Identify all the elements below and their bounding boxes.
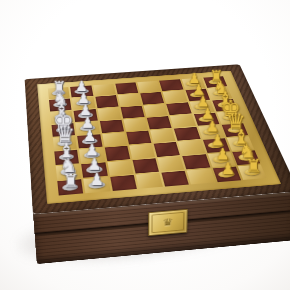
square-a1: ♜ [57,179,83,195]
square-h5 [137,81,160,93]
square-b6 [182,154,209,169]
square-g4 [118,94,142,106]
square-e4 [123,118,148,131]
square-d6 [174,127,200,141]
square-b3 [107,160,133,175]
square-e3 [99,120,123,134]
square-a5 [161,171,189,187]
square-b5 [157,156,184,171]
square-d4 [126,131,151,145]
piece-white-pawn: ♟ [90,172,105,188]
product-photo: ♜♟♟♜♞♟♟♞♝♟♟♝♚♟♟♚♛♟♟♛♝♟♟♝♞♟♟♞♜♟♟♜ ♛ [0,0,290,290]
square-a4 [136,173,163,189]
square-c3 [104,146,130,161]
square-a7: ♟ [212,166,241,182]
square-f4 [120,106,144,119]
piece-black-pawn: ♟ [220,161,235,177]
square-g6 [163,91,187,103]
square-h3 [93,84,116,96]
square-c5 [154,142,180,157]
square-h6 [159,79,183,91]
square-e5 [147,116,172,129]
chess-board: ♜♟♟♜♞♟♟♞♝♟♟♝♚♟♟♚♛♟♟♛♝♟♟♝♞♟♟♞♜♟♟♜ [48,76,267,195]
square-a6 [187,168,215,184]
square-a8: ♜ [238,164,267,180]
square-c6 [178,140,205,154]
square-g5 [140,92,164,104]
square-f6 [166,102,191,115]
crown-emblem-icon: ♛ [162,217,173,228]
brass-latch[interactable]: ♛ [148,209,188,236]
case-lid-top: ♜♟♟♜♞♟♟♞♝♟♟♝♚♟♟♚♛♟♟♛♝♟♟♝♞♟♟♞♜♟♟♜ [25,64,290,214]
square-d5 [150,129,176,143]
square-f5 [143,104,167,117]
piece-black-rook: ♜ [245,157,261,175]
square-h4 [115,82,138,94]
square-f3 [97,107,121,120]
square-d3 [102,132,127,146]
square-a2: ♟ [84,177,111,193]
chess-case: ♜♟♟♜♞♟♟♞♝♟♟♝♚♟♟♚♛♟♟♛♝♟♟♝♞♟♟♞♜♟♟♜ ♛ [25,64,290,214]
square-b4 [132,158,159,173]
square-g3 [95,95,118,107]
scene: ♜♟♟♜♞♟♟♞♝♟♟♝♚♟♟♚♛♟♟♛♝♟♟♝♞♟♟♞♜♟♟♜ ♛ [0,0,290,290]
square-c4 [129,144,155,159]
brass-plate: ♜♟♟♜♞♟♟♞♝♟♟♝♚♟♟♚♛♟♟♛♝♟♟♝♞♟♟♞♜♟♟♜ [37,71,281,204]
square-a3 [110,175,137,191]
piece-white-rook: ♜ [62,172,79,191]
square-e6 [170,114,195,127]
